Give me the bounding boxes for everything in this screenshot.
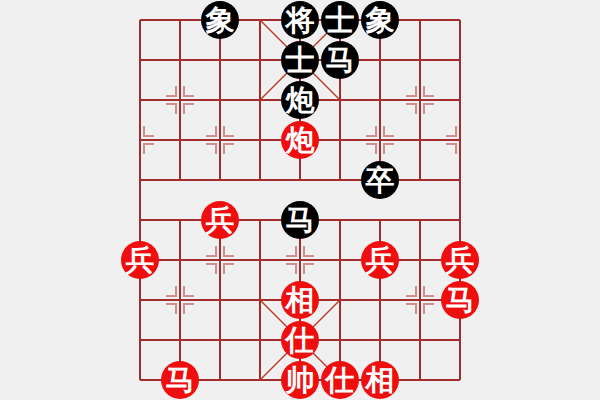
intersection-3-3[interactable]	[240, 120, 280, 160]
intersection-7-9[interactable]	[400, 360, 440, 400]
piece-red-horse[interactable]: 马	[161, 361, 199, 399]
intersection-3-8[interactable]	[240, 320, 280, 360]
intersection-6-1[interactable]	[360, 40, 400, 80]
intersection-3-4[interactable]	[240, 160, 280, 200]
intersection-0-6[interactable]: 兵	[120, 240, 160, 280]
intersection-6-0[interactable]: 象	[360, 0, 400, 40]
intersection-0-9[interactable]	[120, 360, 160, 400]
piece-grid: 象将士象士马炮炮卒兵马兵兵兵相马仕马帅仕相	[120, 0, 480, 400]
piece-black-general[interactable]: 将	[281, 1, 319, 39]
xiangqi-board: 象将士象士马炮炮卒兵马兵兵兵相马仕马帅仕相	[0, 0, 600, 400]
intersection-3-7[interactable]	[240, 280, 280, 320]
intersection-4-0[interactable]: 将	[280, 0, 320, 40]
piece-red-horse[interactable]: 马	[441, 281, 479, 319]
intersection-7-5[interactable]	[400, 200, 440, 240]
intersection-4-7[interactable]: 相	[280, 280, 320, 320]
intersection-2-4[interactable]	[200, 160, 240, 200]
intersection-8-3[interactable]	[440, 120, 480, 160]
intersection-1-8[interactable]	[160, 320, 200, 360]
intersection-1-2[interactable]	[160, 80, 200, 120]
intersection-6-2[interactable]	[360, 80, 400, 120]
intersection-5-9[interactable]: 仕	[320, 360, 360, 400]
intersection-5-6[interactable]	[320, 240, 360, 280]
intersection-3-9[interactable]	[240, 360, 280, 400]
intersection-3-6[interactable]	[240, 240, 280, 280]
piece-red-elephant[interactable]: 相	[281, 281, 319, 319]
intersection-5-3[interactable]	[320, 120, 360, 160]
intersection-5-5[interactable]	[320, 200, 360, 240]
intersection-4-5[interactable]: 马	[280, 200, 320, 240]
intersection-1-4[interactable]	[160, 160, 200, 200]
intersection-8-7[interactable]: 马	[440, 280, 480, 320]
intersection-5-4[interactable]	[320, 160, 360, 200]
intersection-7-4[interactable]	[400, 160, 440, 200]
intersection-5-0[interactable]: 士	[320, 0, 360, 40]
intersection-0-7[interactable]	[120, 280, 160, 320]
intersection-4-3[interactable]: 炮	[280, 120, 320, 160]
intersection-4-1[interactable]: 士	[280, 40, 320, 80]
intersection-6-8[interactable]	[360, 320, 400, 360]
piece-red-elephant[interactable]: 相	[361, 361, 399, 399]
intersection-7-3[interactable]	[400, 120, 440, 160]
intersection-2-2[interactable]	[200, 80, 240, 120]
intersection-8-0[interactable]	[440, 0, 480, 40]
intersection-3-2[interactable]	[240, 80, 280, 120]
intersection-7-6[interactable]	[400, 240, 440, 280]
piece-black-advisor[interactable]: 士	[281, 41, 319, 79]
piece-black-elephant[interactable]: 象	[361, 1, 399, 39]
intersection-5-8[interactable]	[320, 320, 360, 360]
intersection-0-0[interactable]	[120, 0, 160, 40]
intersection-1-7[interactable]	[160, 280, 200, 320]
intersection-8-9[interactable]	[440, 360, 480, 400]
intersection-2-0[interactable]: 象	[200, 0, 240, 40]
intersection-3-0[interactable]	[240, 0, 280, 40]
intersection-5-7[interactable]	[320, 280, 360, 320]
intersection-3-1[interactable]	[240, 40, 280, 80]
intersection-2-3[interactable]	[200, 120, 240, 160]
intersection-3-5[interactable]	[240, 200, 280, 240]
intersection-7-0[interactable]	[400, 0, 440, 40]
piece-black-pawn[interactable]: 卒	[361, 161, 399, 199]
piece-black-horse[interactable]: 马	[281, 201, 319, 239]
intersection-2-6[interactable]	[200, 240, 240, 280]
intersection-0-8[interactable]	[120, 320, 160, 360]
intersection-4-9[interactable]: 帅	[280, 360, 320, 400]
intersection-0-4[interactable]	[120, 160, 160, 200]
intersection-6-9[interactable]: 相	[360, 360, 400, 400]
intersection-8-8[interactable]	[440, 320, 480, 360]
piece-black-horse[interactable]: 马	[321, 41, 359, 79]
intersection-8-6[interactable]: 兵	[440, 240, 480, 280]
intersection-2-9[interactable]	[200, 360, 240, 400]
intersection-1-3[interactable]	[160, 120, 200, 160]
piece-black-cannon[interactable]: 炮	[281, 81, 319, 119]
intersection-8-5[interactable]	[440, 200, 480, 240]
piece-red-cannon[interactable]: 炮	[281, 121, 319, 159]
piece-black-elephant[interactable]: 象	[201, 1, 239, 39]
intersection-2-1[interactable]	[200, 40, 240, 80]
intersection-1-5[interactable]	[160, 200, 200, 240]
intersection-6-5[interactable]	[360, 200, 400, 240]
intersection-1-0[interactable]	[160, 0, 200, 40]
intersection-8-2[interactable]	[440, 80, 480, 120]
piece-red-pawn[interactable]: 兵	[361, 241, 399, 279]
intersection-7-8[interactable]	[400, 320, 440, 360]
intersection-1-9[interactable]: 马	[160, 360, 200, 400]
intersection-1-6[interactable]	[160, 240, 200, 280]
intersection-6-6[interactable]: 兵	[360, 240, 400, 280]
intersection-2-5[interactable]: 兵	[200, 200, 240, 240]
intersection-4-2[interactable]: 炮	[280, 80, 320, 120]
intersection-4-6[interactable]	[280, 240, 320, 280]
intersection-8-4[interactable]	[440, 160, 480, 200]
intersection-0-1[interactable]	[120, 40, 160, 80]
intersection-1-1[interactable]	[160, 40, 200, 80]
piece-red-pawn[interactable]: 兵	[441, 241, 479, 279]
piece-red-advisor[interactable]: 仕	[281, 321, 319, 359]
intersection-7-7[interactable]	[400, 280, 440, 320]
intersection-4-8[interactable]: 仕	[280, 320, 320, 360]
piece-red-general[interactable]: 帅	[281, 361, 319, 399]
intersection-2-8[interactable]	[200, 320, 240, 360]
intersection-4-4[interactable]	[280, 160, 320, 200]
intersection-7-1[interactable]	[400, 40, 440, 80]
intersection-2-7[interactable]	[200, 280, 240, 320]
intersection-0-2[interactable]	[120, 80, 160, 120]
piece-black-advisor[interactable]: 士	[321, 1, 359, 39]
intersection-5-1[interactable]: 马	[320, 40, 360, 80]
intersection-6-7[interactable]	[360, 280, 400, 320]
intersection-0-5[interactable]	[120, 200, 160, 240]
piece-red-advisor[interactable]: 仕	[321, 361, 359, 399]
intersection-7-2[interactable]	[400, 80, 440, 120]
intersection-8-1[interactable]	[440, 40, 480, 80]
intersection-6-4[interactable]: 卒	[360, 160, 400, 200]
piece-red-pawn[interactable]: 兵	[201, 201, 239, 239]
intersection-0-3[interactable]	[120, 120, 160, 160]
intersection-6-3[interactable]	[360, 120, 400, 160]
piece-red-pawn[interactable]: 兵	[121, 241, 159, 279]
intersection-5-2[interactable]	[320, 80, 360, 120]
